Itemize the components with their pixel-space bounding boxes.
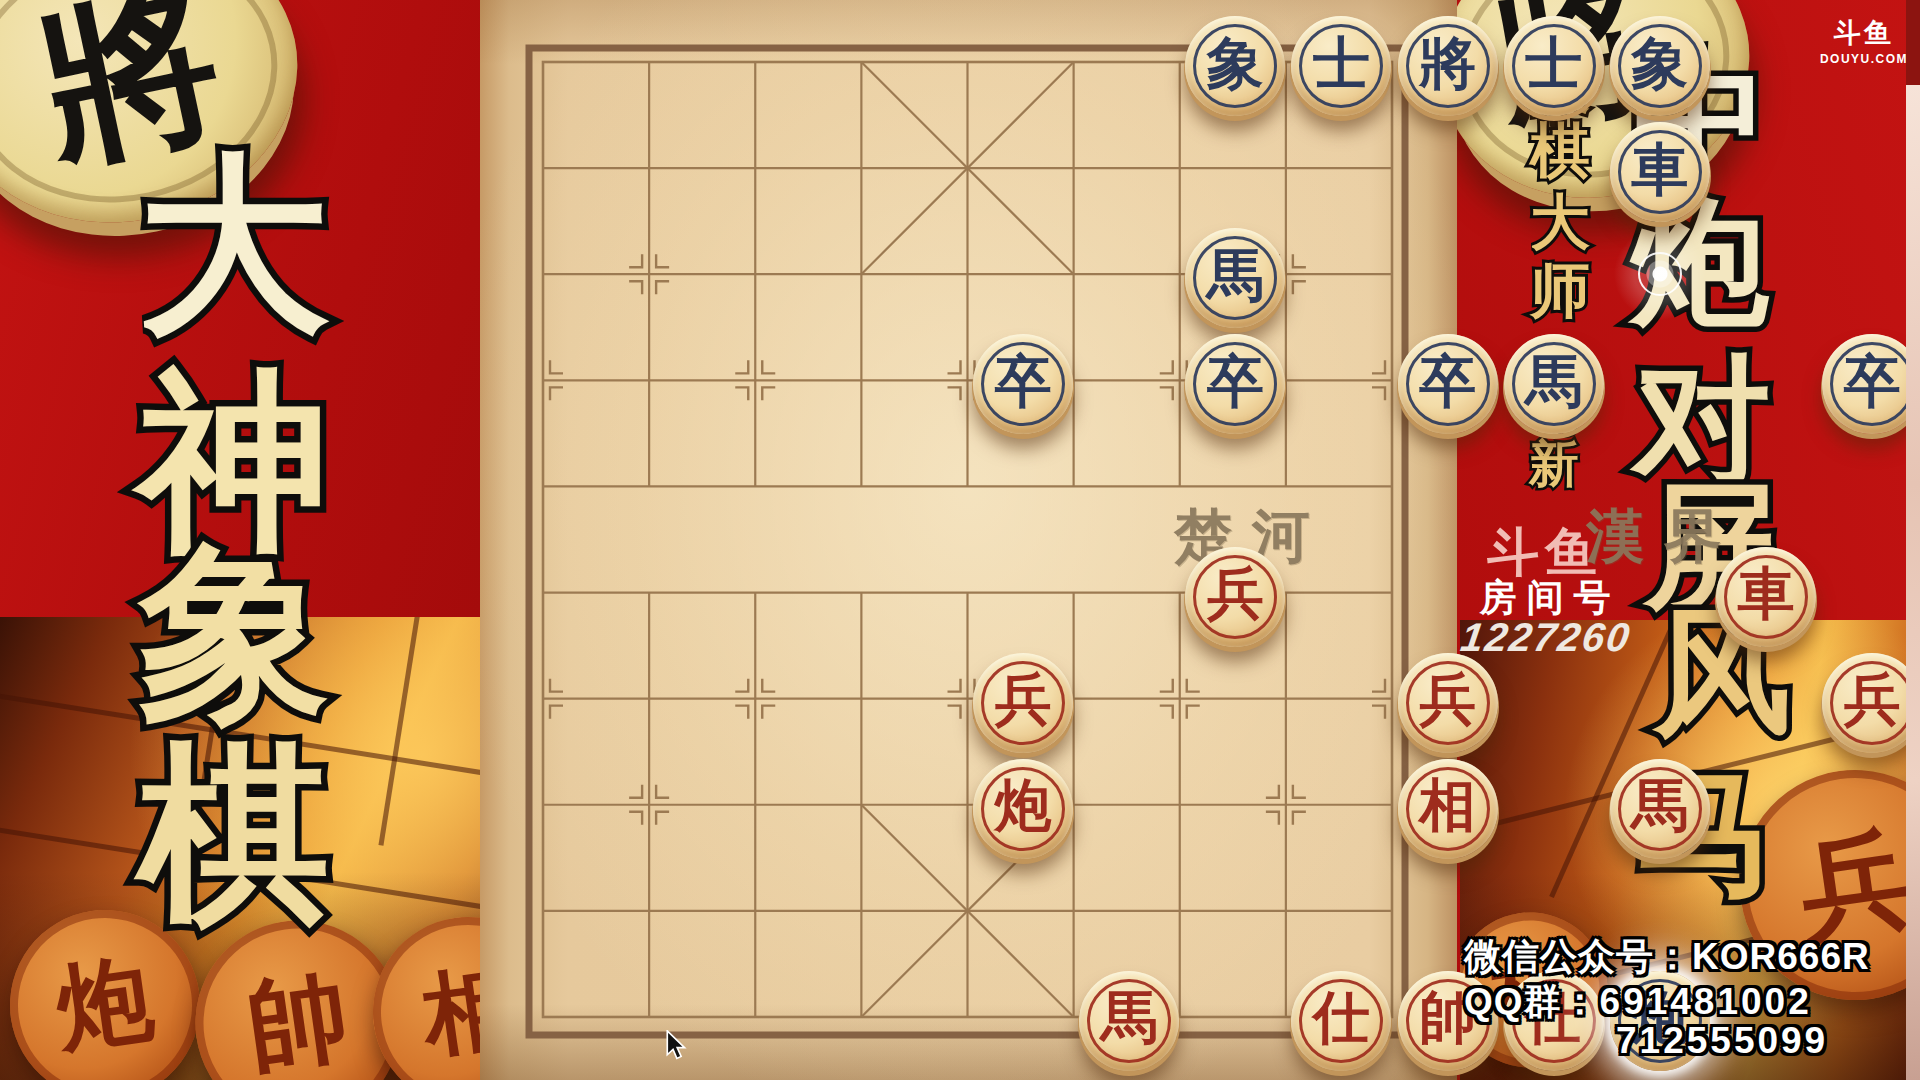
black-車-piece[interactable]: 車 [1610,122,1710,222]
piece-character: 將 [1398,16,1498,116]
piece-character: 兵 [1398,653,1498,753]
piece-character: 仕 [1291,971,1391,1071]
mouse-cursor [666,1030,690,1067]
black-卒-piece[interactable]: 卒 [973,334,1073,434]
piece-character: 士 [1504,16,1604,116]
qq-group-line-2: 712555099 [1616,1020,1828,1062]
piece-character: 卒 [1398,334,1498,434]
piece-character: 馬 [1504,334,1604,434]
room-number-value: 1227260 [1458,615,1634,660]
screenshot-root: 將 炮帥相 大大神神象象棋棋 楚河 漢界 象士將士象車馬卒卒卒馬卒兵車兵兵兵炮相… [0,0,1920,1080]
black-卒-piece[interactable]: 卒 [1185,334,1285,434]
black-士-piece[interactable]: 士 [1291,16,1391,116]
black-象-piece[interactable]: 象 [1185,16,1285,116]
black-馬-piece[interactable]: 馬 [1504,334,1604,434]
piece-character: 馬 [1185,228,1285,328]
black-將-piece[interactable]: 將 [1398,16,1498,116]
red-兵-piece[interactable]: 兵 [1185,547,1285,647]
piece-character: 卒 [973,334,1073,434]
xiangqi-board[interactable]: 楚河 漢界 象士將士象車馬卒卒卒馬卒兵車兵兵兵炮相馬馬仕帥仕炮 [480,0,1457,1080]
piece-character: 象 [1610,16,1710,116]
piece-character: 兵 [973,653,1073,753]
red-仕-piece[interactable]: 仕 [1291,971,1391,1071]
piece-character: 卒 [1185,334,1285,434]
douyu-logo: 斗鱼 [1834,15,1894,51]
red-相-piece[interactable]: 相 [1398,759,1498,859]
black-士-piece[interactable]: 士 [1504,16,1604,116]
black-卒-piece[interactable]: 卒 [1398,334,1498,434]
move-from-glow-marker [1612,226,1708,322]
piece-character: 馬 [1610,759,1710,859]
red-炮-piece[interactable]: 炮 [973,759,1073,859]
piece-character: 兵 [1185,547,1285,647]
red-兵-piece[interactable]: 兵 [1398,653,1498,753]
piece-character: 炮 [973,759,1073,859]
piece-character: 士 [1291,16,1391,116]
right-edge-light-strip [1906,85,1920,1080]
wechat-contact-line: 微信公众号：KOR666R [1464,932,1870,982]
piece-character: 車 [1716,547,1816,647]
red-車-piece[interactable]: 車 [1716,547,1816,647]
black-馬-piece[interactable]: 馬 [1185,228,1285,328]
right-edge-dark-strip [1906,0,1920,85]
piece-character: 相 [1398,759,1498,859]
red-兵-piece[interactable]: 兵 [973,653,1073,753]
black-象-piece[interactable]: 象 [1610,16,1710,116]
piece-character: 馬 [1079,971,1179,1071]
douyu-logo-subtext: DOUYU.COM [1820,52,1908,66]
red-馬-piece[interactable]: 馬 [1079,971,1179,1071]
piece-character: 車 [1610,122,1710,222]
piece-character: 象 [1185,16,1285,116]
red-馬-piece[interactable]: 馬 [1610,759,1710,859]
